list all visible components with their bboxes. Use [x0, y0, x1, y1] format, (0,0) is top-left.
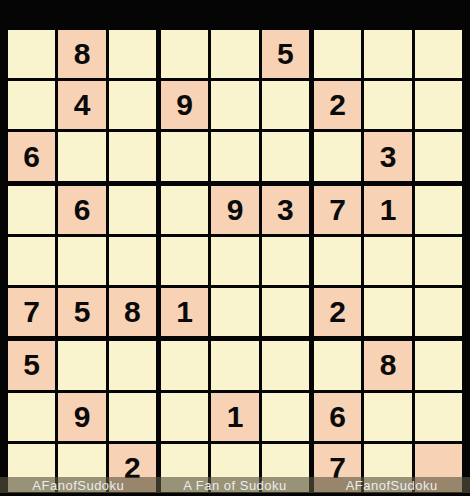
watermark-left: AFanofSudoku — [0, 478, 157, 493]
block-r2c2: 931 — [161, 186, 309, 337]
cell-r3c8[interactable]: 3 — [364, 132, 411, 180]
cell-r2c7[interactable]: 2 — [314, 81, 361, 129]
cell-r5c8[interactable] — [364, 237, 411, 285]
cell-r4c8[interactable]: 1 — [364, 186, 411, 234]
cell-r4c3[interactable] — [109, 186, 156, 234]
cell-r8c9[interactable] — [415, 393, 462, 441]
cell-r6c9[interactable] — [415, 288, 462, 336]
cell-r8c4[interactable] — [161, 393, 208, 441]
watermark-bar: AFanofSudoku A Fan of Sudoku AFanofSudok… — [0, 477, 470, 493]
cell-r7c7[interactable] — [314, 341, 361, 389]
cell-r6c1[interactable]: 7 — [8, 288, 55, 336]
cell-r1c9[interactable] — [415, 30, 462, 78]
cell-r3c7[interactable] — [314, 132, 361, 180]
cell-r2c6[interactable] — [262, 81, 309, 129]
cell-r1c6[interactable]: 5 — [262, 30, 309, 78]
cell-r1c1[interactable] — [8, 30, 55, 78]
cell-r8c1[interactable] — [8, 393, 55, 441]
cell-r1c2[interactable]: 8 — [58, 30, 105, 78]
cell-r5c6[interactable] — [262, 237, 309, 285]
cell-r8c5[interactable]: 1 — [211, 393, 258, 441]
cell-r1c3[interactable] — [109, 30, 156, 78]
cell-r2c9[interactable] — [415, 81, 462, 129]
watermark-center: A Fan of Sudoku — [157, 478, 314, 493]
cell-r3c6[interactable] — [262, 132, 309, 180]
cell-r5c7[interactable] — [314, 237, 361, 285]
cell-r3c9[interactable] — [415, 132, 462, 180]
cell-r8c2[interactable]: 9 — [58, 393, 105, 441]
cell-r5c3[interactable] — [109, 237, 156, 285]
cell-r5c1[interactable] — [8, 237, 55, 285]
cell-r8c7[interactable]: 6 — [314, 393, 361, 441]
cell-r8c3[interactable] — [109, 393, 156, 441]
cell-r3c4[interactable] — [161, 132, 208, 180]
cell-r5c2[interactable] — [58, 237, 105, 285]
cell-r2c1[interactable] — [8, 81, 55, 129]
cell-r3c5[interactable] — [211, 132, 258, 180]
cell-r6c5[interactable] — [211, 288, 258, 336]
cell-r4c9[interactable] — [415, 186, 462, 234]
cell-r2c3[interactable] — [109, 81, 156, 129]
cell-r2c4[interactable]: 9 — [161, 81, 208, 129]
cell-r5c9[interactable] — [415, 237, 462, 285]
cell-r7c6[interactable] — [262, 341, 309, 389]
cell-r1c5[interactable] — [211, 30, 258, 78]
cell-r7c2[interactable] — [58, 341, 105, 389]
cell-r6c6[interactable] — [262, 288, 309, 336]
cell-r1c4[interactable] — [161, 30, 208, 78]
block-r3c2: 1 — [161, 341, 309, 492]
cell-r6c4[interactable]: 1 — [161, 288, 208, 336]
sudoku-board: 846592367589317125921867 — [8, 30, 462, 492]
cell-r6c8[interactable] — [364, 288, 411, 336]
cell-r4c2[interactable]: 6 — [58, 186, 105, 234]
cell-r5c5[interactable] — [211, 237, 258, 285]
block-r1c2: 59 — [161, 30, 309, 181]
cell-r1c7[interactable] — [314, 30, 361, 78]
cell-r7c1[interactable]: 5 — [8, 341, 55, 389]
block-r1c3: 23 — [314, 30, 462, 181]
cell-r4c4[interactable] — [161, 186, 208, 234]
cell-r3c3[interactable] — [109, 132, 156, 180]
cell-r4c6[interactable]: 3 — [262, 186, 309, 234]
cell-r2c2[interactable]: 4 — [58, 81, 105, 129]
cell-r2c8[interactable] — [364, 81, 411, 129]
cell-r7c9[interactable] — [415, 341, 462, 389]
cell-r6c2[interactable]: 5 — [58, 288, 105, 336]
watermark-right: AFanofSudoku — [313, 478, 470, 493]
cell-r5c4[interactable] — [161, 237, 208, 285]
block-r1c1: 846 — [8, 30, 156, 181]
cell-r7c5[interactable] — [211, 341, 258, 389]
cell-r4c1[interactable] — [8, 186, 55, 234]
block-r2c1: 6758 — [8, 186, 156, 337]
cell-r2c5[interactable] — [211, 81, 258, 129]
cell-r3c2[interactable] — [58, 132, 105, 180]
block-r2c3: 712 — [314, 186, 462, 337]
cell-r7c4[interactable] — [161, 341, 208, 389]
cell-r8c6[interactable] — [262, 393, 309, 441]
cell-r6c3[interactable]: 8 — [109, 288, 156, 336]
cell-r6c7[interactable]: 2 — [314, 288, 361, 336]
block-r3c3: 867 — [314, 341, 462, 492]
cell-r4c5[interactable]: 9 — [211, 186, 258, 234]
cell-r1c8[interactable] — [364, 30, 411, 78]
cell-r7c3[interactable] — [109, 341, 156, 389]
block-r3c1: 592 — [8, 341, 156, 492]
cell-r8c8[interactable] — [364, 393, 411, 441]
cell-r7c8[interactable]: 8 — [364, 341, 411, 389]
cell-r3c1[interactable]: 6 — [8, 132, 55, 180]
cell-r4c7[interactable]: 7 — [314, 186, 361, 234]
